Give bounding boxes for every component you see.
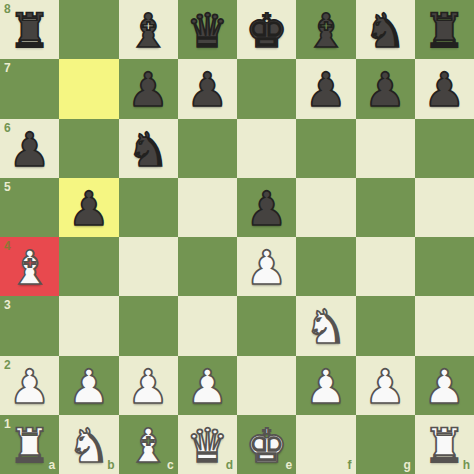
white-king-e1[interactable]: ♚ [237,415,296,474]
white-pawn-g2[interactable]: ♟ [356,356,415,415]
square-g6[interactable] [356,119,415,178]
square-c5[interactable] [119,178,178,237]
white-queen-d1[interactable]: ♛ [178,415,237,474]
black-bishop-c8[interactable]: ♝ [119,0,178,59]
square-f4[interactable] [296,237,355,296]
square-g8[interactable]: ♞ [356,0,415,59]
white-rook-h1[interactable]: ♜ [415,415,474,474]
square-e8[interactable]: ♚ [237,0,296,59]
black-queen-d8[interactable]: ♛ [178,0,237,59]
square-b6[interactable] [59,119,118,178]
square-c3[interactable] [119,296,178,355]
black-bishop-f8[interactable]: ♝ [296,0,355,59]
square-h4[interactable] [415,237,474,296]
square-d7[interactable]: ♟ [178,59,237,118]
square-b5[interactable]: ♟ [59,178,118,237]
square-a4[interactable]: 4♝ [0,237,59,296]
square-f7[interactable]: ♟ [296,59,355,118]
square-d3[interactable] [178,296,237,355]
square-g5[interactable] [356,178,415,237]
square-d4[interactable] [178,237,237,296]
black-king-e8[interactable]: ♚ [237,0,296,59]
black-pawn-h7[interactable]: ♟ [415,59,474,118]
square-g2[interactable]: ♟ [356,356,415,415]
rank-label-5: 5 [4,181,11,193]
square-b3[interactable] [59,296,118,355]
square-e6[interactable] [237,119,296,178]
square-d8[interactable]: ♛ [178,0,237,59]
file-label-f: f [348,459,352,471]
white-pawn-c2[interactable]: ♟ [119,356,178,415]
square-d6[interactable] [178,119,237,178]
white-pawn-f2[interactable]: ♟ [296,356,355,415]
square-b2[interactable]: ♟ [59,356,118,415]
square-d2[interactable]: ♟ [178,356,237,415]
white-pawn-e4[interactable]: ♟ [237,237,296,296]
square-e2[interactable] [237,356,296,415]
rank-label-7: 7 [4,62,11,74]
square-a2[interactable]: 2♟ [0,356,59,415]
square-h5[interactable] [415,178,474,237]
square-b1[interactable]: b♞ [59,415,118,474]
square-f5[interactable] [296,178,355,237]
black-pawn-a6[interactable]: ♟ [0,119,59,178]
square-b8[interactable] [59,0,118,59]
square-g3[interactable] [356,296,415,355]
square-g1[interactable]: g [356,415,415,474]
black-pawn-e5[interactable]: ♟ [237,178,296,237]
file-label-g: g [403,459,410,471]
square-e1[interactable]: e♚ [237,415,296,474]
chess-board: 8♜♝♛♚♝♞♜7♟♟♟♟♟6♟♞5♟♟4♝♟3♞2♟♟♟♟♟♟♟1a♜b♞c♝… [0,0,474,474]
square-h8[interactable]: ♜ [415,0,474,59]
square-h2[interactable]: ♟ [415,356,474,415]
square-e4[interactable]: ♟ [237,237,296,296]
square-g4[interactable] [356,237,415,296]
square-e3[interactable] [237,296,296,355]
square-a3[interactable]: 3 [0,296,59,355]
square-c2[interactable]: ♟ [119,356,178,415]
square-f1[interactable]: f [296,415,355,474]
square-a1[interactable]: 1a♜ [0,415,59,474]
white-pawn-b2[interactable]: ♟ [59,356,118,415]
square-d5[interactable] [178,178,237,237]
white-bishop-c1[interactable]: ♝ [119,415,178,474]
square-b4[interactable] [59,237,118,296]
square-a8[interactable]: 8♜ [0,0,59,59]
square-e5[interactable]: ♟ [237,178,296,237]
black-pawn-g7[interactable]: ♟ [356,59,415,118]
square-c6[interactable]: ♞ [119,119,178,178]
black-knight-c6[interactable]: ♞ [119,119,178,178]
square-f8[interactable]: ♝ [296,0,355,59]
black-rook-a8[interactable]: ♜ [0,0,59,59]
white-knight-b1[interactable]: ♞ [59,415,118,474]
square-h6[interactable] [415,119,474,178]
square-f6[interactable] [296,119,355,178]
square-g7[interactable]: ♟ [356,59,415,118]
square-f3[interactable]: ♞ [296,296,355,355]
square-c4[interactable] [119,237,178,296]
white-pawn-a2[interactable]: ♟ [0,356,59,415]
square-a5[interactable]: 5 [0,178,59,237]
black-knight-g8[interactable]: ♞ [356,0,415,59]
white-pawn-h2[interactable]: ♟ [415,356,474,415]
square-h7[interactable]: ♟ [415,59,474,118]
black-pawn-f7[interactable]: ♟ [296,59,355,118]
black-pawn-d7[interactable]: ♟ [178,59,237,118]
square-h3[interactable] [415,296,474,355]
square-e7[interactable] [237,59,296,118]
white-rook-a1[interactable]: ♜ [0,415,59,474]
square-a6[interactable]: 6♟ [0,119,59,178]
square-d1[interactable]: d♛ [178,415,237,474]
square-c8[interactable]: ♝ [119,0,178,59]
black-rook-h8[interactable]: ♜ [415,0,474,59]
square-f2[interactable]: ♟ [296,356,355,415]
rank-label-3: 3 [4,299,11,311]
square-a7[interactable]: 7 [0,59,59,118]
square-c7[interactable]: ♟ [119,59,178,118]
square-b7[interactable] [59,59,118,118]
black-pawn-b5[interactable]: ♟ [59,178,118,237]
white-knight-f3[interactable]: ♞ [296,296,355,355]
square-h1[interactable]: h♜ [415,415,474,474]
square-c1[interactable]: c♝ [119,415,178,474]
white-pawn-d2[interactable]: ♟ [178,356,237,415]
white-bishop-a4[interactable]: ♝ [0,237,59,296]
black-pawn-c7[interactable]: ♟ [119,59,178,118]
